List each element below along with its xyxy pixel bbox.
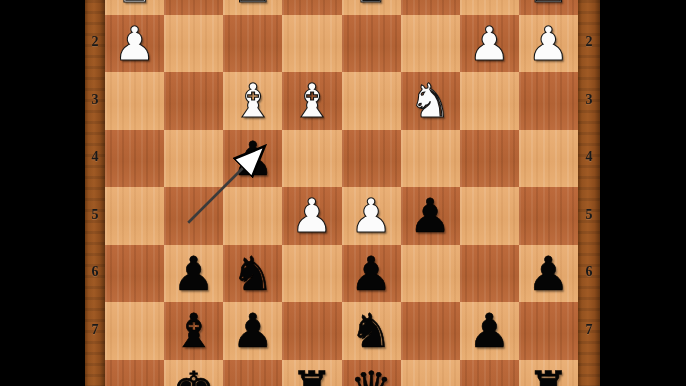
square-f1: ♜	[223, 0, 282, 15]
square-f7: ♟	[223, 302, 282, 360]
square-c5: ♟	[401, 187, 460, 245]
square-b7: ♟	[460, 302, 519, 360]
white-knight-icon: ♞	[409, 77, 451, 124]
rank-label-4-left: 4	[85, 149, 105, 165]
white-queen-icon: ♛	[350, 0, 392, 9]
square-f3: ♝	[223, 72, 282, 130]
black-rook-icon: ♜	[527, 365, 569, 386]
rank-label-3-right: 3	[578, 92, 600, 108]
square-e6	[282, 245, 341, 303]
white-pawn-icon: ♟	[350, 192, 392, 239]
white-pawn-icon: ♟	[527, 20, 569, 67]
black-queen-icon: ♛	[350, 365, 392, 386]
rank-label-6-left: 6	[85, 264, 105, 280]
black-knight-icon: ♞	[232, 250, 274, 297]
rank-label-3-left: 3	[85, 92, 105, 108]
square-e5: ♟	[282, 187, 341, 245]
rank-label-2-left: 2	[85, 34, 105, 50]
black-king-icon: ♚	[173, 365, 215, 386]
white-pawn-icon: ♟	[468, 20, 510, 67]
square-h5	[105, 187, 164, 245]
square-c7	[401, 302, 460, 360]
square-h6	[105, 245, 164, 303]
square-e7	[282, 302, 341, 360]
black-knight-icon: ♞	[350, 307, 392, 354]
square-a7	[519, 302, 578, 360]
square-b6	[460, 245, 519, 303]
white-bishop-icon: ♝	[291, 77, 333, 124]
white-bishop-icon: ♝	[232, 77, 274, 124]
square-a8: ♜	[519, 360, 578, 386]
white-rook-icon: ♜	[232, 0, 274, 9]
square-d6: ♟	[342, 245, 401, 303]
rank-label-4-right: 4	[578, 149, 600, 165]
square-h3	[105, 72, 164, 130]
rank-label-7-right: 7	[578, 322, 600, 338]
square-d1: ♛	[342, 0, 401, 15]
square-a4	[519, 130, 578, 188]
square-d3	[342, 72, 401, 130]
square-h1: ♚	[105, 0, 164, 15]
white-rook-icon: ♜	[527, 0, 569, 9]
black-bishop-icon: ♝	[173, 307, 215, 354]
square-h2: ♟	[105, 15, 164, 73]
square-g4	[164, 130, 223, 188]
square-c4	[401, 130, 460, 188]
square-g3	[164, 72, 223, 130]
square-b3	[460, 72, 519, 130]
square-e3: ♝	[282, 72, 341, 130]
square-a5	[519, 187, 578, 245]
black-pawn-icon: ♟	[232, 135, 274, 182]
chess-board: ♚♜♛♜♟♟♟♝♝♞♟♟♟♟♟♞♟♟♝♟♞♟♚♜♛♜	[105, 0, 578, 386]
square-h7	[105, 302, 164, 360]
square-c1	[401, 0, 460, 15]
square-d7: ♞	[342, 302, 401, 360]
black-rook-icon: ♜	[291, 365, 333, 386]
square-b2: ♟	[460, 15, 519, 73]
white-king-icon: ♚	[113, 0, 155, 9]
black-pawn-icon: ♟	[409, 192, 451, 239]
square-a2: ♟	[519, 15, 578, 73]
square-d2	[342, 15, 401, 73]
square-g7: ♝	[164, 302, 223, 360]
square-e2	[282, 15, 341, 73]
square-d8: ♛	[342, 360, 401, 386]
square-a3	[519, 72, 578, 130]
square-e4	[282, 130, 341, 188]
square-f6: ♞	[223, 245, 282, 303]
square-b5	[460, 187, 519, 245]
thumbnail-stage: 234567 234567 ♚♜♛♜♟♟♟♝♝♞♟♟♟♟♟♞♟♟♝♟♞♟♚♜♛♜	[0, 0, 686, 386]
square-f8	[223, 360, 282, 386]
square-d5: ♟	[342, 187, 401, 245]
board-frame-left: 234567	[85, 0, 105, 386]
rank-label-5-right: 5	[578, 207, 600, 223]
square-g6: ♟	[164, 245, 223, 303]
white-pawn-icon: ♟	[291, 192, 333, 239]
board-viewport: ♚♜♛♜♟♟♟♝♝♞♟♟♟♟♟♞♟♟♝♟♞♟♚♜♛♜	[105, 0, 578, 386]
square-a6: ♟	[519, 245, 578, 303]
black-pawn-icon: ♟	[527, 250, 569, 297]
square-g1	[164, 0, 223, 15]
square-f4: ♟	[223, 130, 282, 188]
square-h4	[105, 130, 164, 188]
square-f2	[223, 15, 282, 73]
rank-label-6-right: 6	[578, 264, 600, 280]
square-f5	[223, 187, 282, 245]
square-d4	[342, 130, 401, 188]
square-b1	[460, 0, 519, 15]
square-b4	[460, 130, 519, 188]
square-c6	[401, 245, 460, 303]
square-a1: ♜	[519, 0, 578, 15]
square-c8	[401, 360, 460, 386]
square-c3: ♞	[401, 72, 460, 130]
rank-label-5-left: 5	[85, 207, 105, 223]
square-h8	[105, 360, 164, 386]
square-g5	[164, 187, 223, 245]
black-pawn-icon: ♟	[173, 250, 215, 297]
square-c2	[401, 15, 460, 73]
square-g2	[164, 15, 223, 73]
rank-label-2-right: 2	[578, 34, 600, 50]
black-pawn-icon: ♟	[468, 307, 510, 354]
square-g8: ♚	[164, 360, 223, 386]
square-e8: ♜	[282, 360, 341, 386]
board-frame-right: 234567	[578, 0, 600, 386]
rank-label-7-left: 7	[85, 322, 105, 338]
black-pawn-icon: ♟	[232, 307, 274, 354]
square-b8	[460, 360, 519, 386]
white-pawn-icon: ♟	[113, 20, 155, 67]
black-pawn-icon: ♟	[350, 250, 392, 297]
square-e1	[282, 0, 341, 15]
